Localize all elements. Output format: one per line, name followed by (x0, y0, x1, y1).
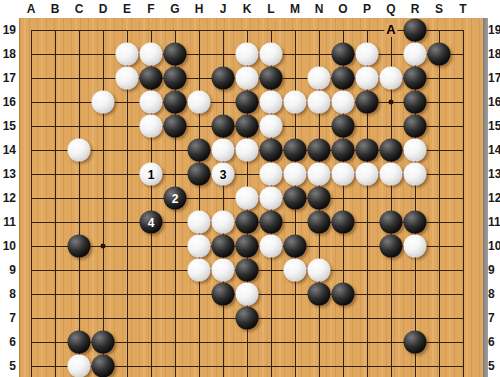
white-stone-L10 (260, 235, 283, 258)
black-stone-G18 (164, 43, 187, 66)
column-label: C (75, 2, 84, 16)
letter-marker-A-Q19: A (384, 23, 397, 37)
black-stone-M10 (284, 235, 307, 258)
white-stone-M16 (284, 91, 307, 114)
black-stone-N12 (308, 187, 331, 210)
column-label: G (170, 2, 179, 16)
column-label: S (435, 2, 443, 16)
white-stone-K14 (236, 139, 259, 162)
black-stone-C6 (68, 331, 91, 354)
black-stone-C10 (68, 235, 91, 258)
row-label-right: 14 (488, 143, 500, 157)
black-stone-J15 (212, 115, 235, 138)
black-stone-J17 (212, 67, 235, 90)
white-stone-C5 (68, 355, 91, 377)
black-stone-O8 (332, 283, 355, 306)
row-label-left: 5 (0, 359, 16, 373)
move-number-label: 4 (148, 216, 155, 228)
white-stone-M9 (284, 259, 307, 282)
black-stone-L17 (260, 67, 283, 90)
row-label-left: 9 (0, 263, 16, 277)
row-label-left: 15 (0, 119, 16, 133)
white-stone-K18 (236, 43, 259, 66)
white-stone-J13-move-3: 3 (212, 163, 235, 186)
white-stone-J9 (212, 259, 235, 282)
white-stone-P18 (356, 43, 379, 66)
row-label-right: 19 (488, 23, 500, 37)
black-stone-R6 (404, 331, 427, 354)
black-stone-J8 (212, 283, 235, 306)
row-label-right: 12 (488, 191, 500, 205)
white-stone-L13 (260, 163, 283, 186)
black-stone-G17 (164, 67, 187, 90)
black-stone-G12-move-2: 2 (164, 187, 187, 210)
black-stone-J10 (212, 235, 235, 258)
black-stone-D6 (92, 331, 115, 354)
black-stone-R16 (404, 91, 427, 114)
black-stone-K9 (236, 259, 259, 282)
white-stone-O13 (332, 163, 355, 186)
column-label: N (315, 2, 324, 16)
white-stone-E18 (116, 43, 139, 66)
black-stone-O14 (332, 139, 355, 162)
white-stone-L18 (260, 43, 283, 66)
white-stone-Q13 (380, 163, 403, 186)
black-stone-F17 (140, 67, 163, 90)
white-stone-O16 (332, 91, 355, 114)
row-label-right: 6 (488, 335, 495, 349)
black-stone-N8 (308, 283, 331, 306)
row-label-right: 15 (488, 119, 500, 133)
black-stone-K10 (236, 235, 259, 258)
black-stone-G15 (164, 115, 187, 138)
white-stone-H9 (188, 259, 211, 282)
black-stone-O18 (332, 43, 355, 66)
column-label: B (51, 2, 60, 16)
row-label-right: 16 (488, 95, 500, 109)
white-stone-N17 (308, 67, 331, 90)
column-label: D (99, 2, 108, 16)
white-stone-P17 (356, 67, 379, 90)
row-label-right: 9 (488, 263, 495, 277)
black-stone-L14 (260, 139, 283, 162)
row-label-left: 6 (0, 335, 16, 349)
black-stone-P16 (356, 91, 379, 114)
column-label: R (411, 2, 420, 16)
white-stone-E17 (116, 67, 139, 90)
white-stone-N16 (308, 91, 331, 114)
black-stone-R11 (404, 211, 427, 234)
column-label: T (459, 2, 466, 16)
row-label-right: 7 (488, 311, 495, 325)
white-stone-H11 (188, 211, 211, 234)
black-stone-M12 (284, 187, 307, 210)
row-label-left: 18 (0, 47, 16, 61)
black-stone-O15 (332, 115, 355, 138)
black-stone-Q11 (380, 211, 403, 234)
white-stone-K8 (236, 283, 259, 306)
move-number-label: 1 (148, 168, 155, 180)
white-stone-L12 (260, 187, 283, 210)
row-label-right: 13 (488, 167, 500, 181)
white-stone-R13 (404, 163, 427, 186)
white-stone-M13 (284, 163, 307, 186)
column-label: P (363, 2, 371, 16)
white-stone-J14 (212, 139, 235, 162)
white-stone-L16 (260, 91, 283, 114)
row-label-left: 16 (0, 95, 16, 109)
row-label-left: 10 (0, 239, 16, 253)
row-label-right: 18 (488, 47, 500, 61)
white-stone-R10 (404, 235, 427, 258)
black-stone-P14 (356, 139, 379, 162)
white-stone-H10 (188, 235, 211, 258)
white-stone-R14 (404, 139, 427, 162)
white-stone-F13-move-1: 1 (140, 163, 163, 186)
row-label-left: 13 (0, 167, 16, 181)
column-label: J (220, 2, 227, 16)
row-label-right: 5 (488, 359, 495, 373)
black-stone-S18 (428, 43, 451, 66)
black-stone-N11 (308, 211, 331, 234)
white-stone-P13 (356, 163, 379, 186)
white-stone-J11 (212, 211, 235, 234)
column-label: Q (386, 2, 395, 16)
column-label: F (147, 2, 154, 16)
black-stone-D5 (92, 355, 115, 377)
move-number-label: 3 (220, 168, 227, 180)
white-stone-N9 (308, 259, 331, 282)
row-label-left: 12 (0, 191, 16, 205)
row-label-left: 14 (0, 143, 16, 157)
row-label-left: 8 (0, 287, 16, 301)
black-stone-H14 (188, 139, 211, 162)
white-stone-Q17 (380, 67, 403, 90)
black-stone-Q10 (380, 235, 403, 258)
column-label: H (195, 2, 204, 16)
black-stone-R15 (404, 115, 427, 138)
white-stone-F18 (140, 43, 163, 66)
row-label-left: 19 (0, 23, 16, 37)
white-stone-N13 (308, 163, 331, 186)
white-stone-D16 (92, 91, 115, 114)
white-stone-H16 (188, 91, 211, 114)
move-number-label: 2 (172, 192, 179, 204)
star-point (389, 100, 394, 105)
black-stone-H13 (188, 163, 211, 186)
black-stone-M14 (284, 139, 307, 162)
black-stone-K15 (236, 115, 259, 138)
row-label-right: 10 (488, 239, 500, 253)
black-stone-R19 (404, 19, 427, 42)
black-stone-N14 (308, 139, 331, 162)
white-stone-F15 (140, 115, 163, 138)
white-stone-F16 (140, 91, 163, 114)
white-stone-R18 (404, 43, 427, 66)
black-stone-K11 (236, 211, 259, 234)
black-stone-F11-move-4: 4 (140, 211, 163, 234)
black-stone-K7 (236, 307, 259, 330)
row-label-right: 11 (488, 215, 500, 229)
white-stone-C14 (68, 139, 91, 162)
go-app-window: 1324A ABCDEFGHJKLMNOPQRST191918181717161… (0, 0, 500, 377)
column-label: O (338, 2, 347, 16)
white-stone-K17 (236, 67, 259, 90)
row-label-right: 17 (488, 71, 500, 85)
black-stone-K16 (236, 91, 259, 114)
column-label: E (123, 2, 131, 16)
black-stone-O11 (332, 211, 355, 234)
white-stone-K12 (236, 187, 259, 210)
column-label: L (267, 2, 274, 16)
black-stone-Q14 (380, 139, 403, 162)
star-point (101, 244, 106, 249)
black-stone-G16 (164, 91, 187, 114)
white-stone-L15 (260, 115, 283, 138)
row-label-right: 8 (488, 287, 495, 301)
row-label-left: 11 (0, 215, 16, 229)
black-stone-O17 (332, 67, 355, 90)
column-label: M (290, 2, 300, 16)
column-label: K (243, 2, 252, 16)
column-label: A (27, 2, 36, 16)
black-stone-R17 (404, 67, 427, 90)
row-label-left: 7 (0, 311, 16, 325)
row-label-left: 17 (0, 71, 16, 85)
black-stone-L11 (260, 211, 283, 234)
